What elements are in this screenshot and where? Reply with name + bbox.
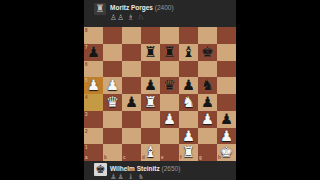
square-b1[interactable]: b — [103, 144, 122, 161]
file-label-g: g — [199, 155, 202, 160]
white-pawn-e3[interactable]: ♟ — [160, 111, 179, 128]
square-f2[interactable]: ♟ — [179, 128, 198, 145]
rank-label-3: 3 — [85, 112, 88, 117]
square-g8[interactable] — [198, 27, 217, 44]
rank-label-4: 4 — [85, 95, 88, 100]
square-f5[interactable]: ♟ — [179, 77, 198, 94]
white-pawn-b5[interactable]: ♟ — [103, 77, 122, 94]
file-label-e: e — [161, 155, 164, 160]
bottom-player-rating: (2650) — [162, 165, 181, 172]
square-h4[interactable] — [217, 94, 236, 111]
square-a5[interactable]: 5♟ — [84, 77, 103, 94]
black-rook-d7[interactable]: ♜ — [141, 44, 160, 61]
square-f4[interactable]: ♞ — [179, 94, 198, 111]
rank-label-8: 8 — [85, 28, 88, 33]
square-f3[interactable] — [179, 111, 198, 128]
square-b3[interactable] — [103, 111, 122, 128]
white-pawn-a5[interactable]: ♟ — [84, 77, 103, 94]
square-h5[interactable] — [217, 77, 236, 94]
square-a7[interactable]: 7♟ — [84, 44, 103, 61]
rank-label-2: 2 — [85, 129, 88, 134]
bottom-player-avatar[interactable]: ♚ — [94, 163, 107, 176]
black-queen-e5[interactable]: ♛ — [160, 77, 179, 94]
black-pawn-d5[interactable]: ♟ — [141, 77, 160, 94]
square-h2[interactable]: ♟ — [217, 128, 236, 145]
square-e7[interactable]: ♜ — [160, 44, 179, 61]
square-a2[interactable]: 2 — [84, 128, 103, 145]
square-e2[interactable] — [160, 128, 179, 145]
square-e1[interactable]: e — [160, 144, 179, 161]
file-label-a: a — [85, 155, 88, 160]
square-d2[interactable] — [141, 128, 160, 145]
white-rook-f1[interactable]: ♜ — [179, 144, 198, 161]
square-g5[interactable]: ♞ — [198, 77, 217, 94]
black-pawn-g4[interactable]: ♟ — [198, 94, 217, 111]
square-c3[interactable] — [122, 111, 141, 128]
square-d7[interactable]: ♜ — [141, 44, 160, 61]
square-h6[interactable] — [217, 61, 236, 78]
square-g4[interactable]: ♟ — [198, 94, 217, 111]
bottom-player-name: Wilhelm Steinitz — [110, 165, 160, 172]
square-e4[interactable] — [160, 94, 179, 111]
square-c5[interactable] — [122, 77, 141, 94]
square-b7[interactable] — [103, 44, 122, 61]
square-b5[interactable]: ♟ — [103, 77, 122, 94]
square-h1[interactable]: h♚ — [217, 144, 236, 161]
white-pawn-f2[interactable]: ♟ — [179, 128, 198, 145]
file-label-b: b — [104, 155, 107, 160]
square-h8[interactable] — [217, 27, 236, 44]
square-a3[interactable]: 3 — [84, 111, 103, 128]
black-bishop-f7[interactable]: ♝ — [179, 44, 198, 61]
square-d6[interactable] — [141, 61, 160, 78]
white-pawn-g3[interactable]: ♟ — [198, 111, 217, 128]
square-g6[interactable] — [198, 61, 217, 78]
white-pawn-h2[interactable]: ♟ — [217, 128, 236, 145]
square-f7[interactable]: ♝ — [179, 44, 198, 61]
square-e8[interactable] — [160, 27, 179, 44]
black-pawn-f5[interactable]: ♟ — [179, 77, 198, 94]
square-c4[interactable]: ♟ — [122, 94, 141, 111]
rook-avatar-icon: ♜ — [96, 3, 105, 15]
square-g7[interactable]: ♚ — [198, 44, 217, 61]
square-d3[interactable] — [141, 111, 160, 128]
square-c6[interactable] — [122, 61, 141, 78]
square-a1[interactable]: 1a — [84, 144, 103, 161]
square-c1[interactable]: c — [122, 144, 141, 161]
black-pawn-a7[interactable]: ♟ — [84, 44, 103, 61]
chess-board[interactable]: 87♟♜♜♝♚65♟♟♟♛♟♞4♛♟♜♞♟3♟♟♟2♟♟1abcd♝ef♜gh♚ — [84, 27, 236, 161]
square-g1[interactable]: g — [198, 144, 217, 161]
white-king-h1[interactable]: ♚ — [217, 144, 236, 161]
white-queen-b4[interactable]: ♛ — [103, 94, 122, 111]
rank-label-1: 1 — [85, 145, 88, 150]
square-a8[interactable]: 8 — [84, 27, 103, 44]
square-d8[interactable] — [141, 27, 160, 44]
square-f8[interactable] — [179, 27, 198, 44]
square-a4[interactable]: 4 — [84, 94, 103, 111]
square-b8[interactable] — [103, 27, 122, 44]
top-player-rating: (2400) — [155, 4, 174, 11]
square-e6[interactable] — [160, 61, 179, 78]
square-h3[interactable]: ♟ — [217, 111, 236, 128]
square-b6[interactable] — [103, 61, 122, 78]
square-f1[interactable]: f♜ — [179, 144, 198, 161]
rank-label-6: 6 — [85, 62, 88, 67]
top-player-bar: ♜ Moritz Porges (2400) ♙♙ ♗ ♘ — [84, 0, 236, 27]
square-c7[interactable] — [122, 44, 141, 61]
black-knight-g5[interactable]: ♞ — [198, 77, 217, 94]
square-g3[interactable]: ♟ — [198, 111, 217, 128]
king-avatar-icon: ♚ — [96, 163, 106, 176]
file-label-c: c — [123, 155, 126, 160]
black-pawn-h3[interactable]: ♟ — [217, 111, 236, 128]
top-captured-pieces: ♙♙ ♗ ♘ — [110, 13, 145, 22]
white-knight-f4[interactable]: ♞ — [179, 94, 198, 111]
white-bishop-d1[interactable]: ♝ — [141, 144, 160, 161]
black-pawn-c4[interactable]: ♟ — [122, 94, 141, 111]
square-a6[interactable]: 6 — [84, 61, 103, 78]
square-h7[interactable] — [217, 44, 236, 61]
bottom-captured-pieces: ♟♟ ♝ ♞ — [110, 172, 145, 180]
white-rook-d4[interactable]: ♜ — [141, 94, 160, 111]
square-c8[interactable] — [122, 27, 141, 44]
square-f6[interactable] — [179, 61, 198, 78]
top-player-avatar[interactable]: ♜ — [94, 3, 106, 15]
square-d5[interactable]: ♟ — [141, 77, 160, 94]
square-c2[interactable] — [122, 128, 141, 145]
black-king-g7[interactable]: ♚ — [198, 44, 217, 61]
square-e5[interactable]: ♛ — [160, 77, 179, 94]
square-d1[interactable]: d♝ — [141, 144, 160, 161]
square-d4[interactable]: ♜ — [141, 94, 160, 111]
square-e3[interactable]: ♟ — [160, 111, 179, 128]
black-rook-e7[interactable]: ♜ — [160, 44, 179, 61]
square-b4[interactable]: ♛ — [103, 94, 122, 111]
top-player-name: Moritz Porges — [110, 4, 153, 11]
square-g2[interactable] — [198, 128, 217, 145]
bottom-player-bar: ♚ Wilhelm Steinitz (2650) ♟♟ ♝ ♞ — [84, 161, 236, 180]
square-b2[interactable] — [103, 128, 122, 145]
